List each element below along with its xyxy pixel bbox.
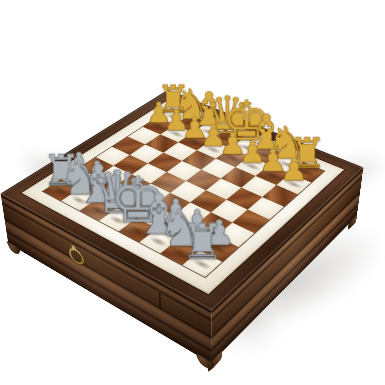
bun-foot-left xyxy=(7,241,22,257)
drawer-seam xyxy=(159,292,161,310)
drawer-ring-pull-icon xyxy=(68,245,84,267)
piece-gold-pawn-h7: ♟ xyxy=(264,153,324,184)
piece-silver-rook-h1: ♜ xyxy=(168,216,236,264)
drawer-pull-mount xyxy=(72,245,77,252)
chess-set-photo: ♜♞♝♛♚♝♞♜♟♟♟♟♟♟♟♟♟♟♟♟♟♟♟♟♜♞♝♛♚♝♞♜ xyxy=(0,0,385,385)
bun-foot-near-right xyxy=(208,351,222,374)
